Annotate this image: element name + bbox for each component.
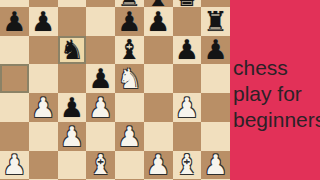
black-knight-c6[interactable]: ♞: [60, 36, 84, 63]
square-a1[interactable]: ♜: [0, 179, 29, 180]
square-b5[interactable]: [29, 64, 58, 93]
title-panel: chess play for beginners: [230, 0, 320, 180]
square-f5[interactable]: [144, 64, 173, 93]
square-b3[interactable]: [29, 122, 58, 151]
square-a6[interactable]: [0, 36, 29, 65]
square-g3[interactable]: [173, 122, 202, 151]
white-bishop-d2[interactable]: ♝: [89, 151, 113, 178]
square-h6[interactable]: ♟: [201, 36, 230, 65]
square-g5[interactable]: [173, 64, 202, 93]
square-d4[interactable]: ♟: [86, 93, 115, 122]
board-area: ♜♝♚♟♟♟♟♜♞♝♟♟♟♞♟♟♟♟♟♟♟♝♟♝♟♜♞♛♜♚: [0, 0, 230, 180]
square-h1[interactable]: [201, 179, 230, 180]
white-pawn-b4[interactable]: ♟: [31, 94, 55, 121]
black-pawn-a7[interactable]: ♟: [2, 8, 26, 35]
white-pawn-d4[interactable]: ♟: [89, 94, 113, 121]
square-h2[interactable]: ♟: [201, 151, 230, 180]
square-f1[interactable]: ♜: [144, 179, 173, 180]
square-b4[interactable]: ♟: [29, 93, 58, 122]
square-e7[interactable]: ♟: [115, 7, 144, 36]
square-f6[interactable]: [144, 36, 173, 65]
square-d6[interactable]: [86, 36, 115, 65]
square-h7[interactable]: ♜: [201, 7, 230, 36]
square-b7[interactable]: ♟: [29, 7, 58, 36]
black-pawn-b7[interactable]: ♟: [31, 8, 55, 35]
square-e3[interactable]: ♟: [115, 122, 144, 151]
square-c2[interactable]: [58, 151, 87, 180]
black-pawn-c4[interactable]: ♟: [60, 94, 84, 121]
square-c3[interactable]: ♟: [58, 122, 87, 151]
white-pawn-c3[interactable]: ♟: [60, 123, 84, 150]
square-b2[interactable]: [29, 151, 58, 180]
chess-board[interactable]: ♜♝♚♟♟♟♟♜♞♝♟♟♟♞♟♟♟♟♟♟♟♝♟♝♟♜♞♛♜♚: [0, 0, 230, 180]
square-e4[interactable]: [115, 93, 144, 122]
white-knight-e5[interactable]: ♞: [117, 65, 141, 92]
square-g6[interactable]: ♟: [173, 36, 202, 65]
black-pawn-d5[interactable]: ♟: [89, 65, 113, 92]
video-thumbnail: ♜♝♚♟♟♟♟♜♞♝♟♟♟♞♟♟♟♟♟♟♟♝♟♝♟♜♞♛♜♚ chess pla…: [0, 0, 320, 180]
square-e6[interactable]: ♝: [115, 36, 144, 65]
black-pawn-e7[interactable]: ♟: [117, 8, 141, 35]
square-g1[interactable]: ♚: [173, 179, 202, 180]
square-h3[interactable]: [201, 122, 230, 151]
square-c5[interactable]: [58, 64, 87, 93]
square-a7[interactable]: ♟: [0, 7, 29, 36]
square-c4[interactable]: ♟: [58, 93, 87, 122]
white-pawn-h2[interactable]: ♟: [204, 151, 228, 178]
white-pawn-g4[interactable]: ♟: [175, 94, 199, 121]
square-d1[interactable]: ♛: [86, 179, 115, 180]
square-a3[interactable]: [0, 122, 29, 151]
video-title: chess play for beginners: [233, 55, 320, 133]
white-pawn-e3[interactable]: ♟: [117, 123, 141, 150]
square-h4[interactable]: [201, 93, 230, 122]
square-h5[interactable]: [201, 64, 230, 93]
title-line-2: play for: [233, 81, 320, 107]
black-pawn-h6[interactable]: ♟: [204, 36, 228, 63]
square-d8[interactable]: [86, 0, 115, 7]
square-b1[interactable]: ♞: [29, 179, 58, 180]
square-a5[interactable]: [0, 64, 29, 93]
square-d3[interactable]: [86, 122, 115, 151]
square-g4[interactable]: ♟: [173, 93, 202, 122]
square-e5[interactable]: ♞: [115, 64, 144, 93]
square-g8[interactable]: ♚: [173, 0, 202, 7]
black-bishop-e6[interactable]: ♝: [117, 36, 141, 63]
square-c8[interactable]: [58, 0, 87, 7]
square-e2[interactable]: [115, 151, 144, 180]
square-c1[interactable]: [58, 179, 87, 180]
square-f3[interactable]: [144, 122, 173, 151]
square-f7[interactable]: ♟: [144, 7, 173, 36]
white-pawn-a2[interactable]: ♟: [2, 151, 26, 178]
square-g7[interactable]: [173, 7, 202, 36]
title-line-3: beginners: [233, 107, 320, 133]
white-pawn-f2[interactable]: ♟: [146, 151, 170, 178]
square-f2[interactable]: ♟: [144, 151, 173, 180]
square-b6[interactable]: [29, 36, 58, 65]
title-line-1: chess: [233, 55, 320, 81]
square-a2[interactable]: ♟: [0, 151, 29, 180]
square-a4[interactable]: [0, 93, 29, 122]
square-f4[interactable]: [144, 93, 173, 122]
square-c7[interactable]: [58, 7, 87, 36]
square-d5[interactable]: ♟: [86, 64, 115, 93]
black-pawn-g6[interactable]: ♟: [175, 36, 199, 63]
square-e1[interactable]: [115, 179, 144, 180]
black-rook-h7[interactable]: ♜: [204, 8, 228, 35]
square-c6[interactable]: ♞: [58, 36, 87, 65]
black-pawn-f7[interactable]: ♟: [146, 8, 170, 35]
square-d7[interactable]: [86, 7, 115, 36]
white-bishop-g2[interactable]: ♝: [175, 151, 199, 178]
square-g2[interactable]: ♝: [173, 151, 202, 180]
square-d2[interactable]: ♝: [86, 151, 115, 180]
